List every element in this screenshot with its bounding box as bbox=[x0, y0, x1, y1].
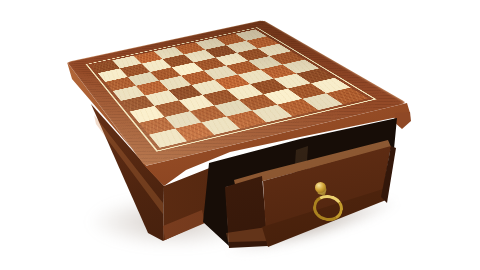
chess-box-photo bbox=[0, 0, 480, 270]
brass-knob bbox=[315, 182, 326, 193]
